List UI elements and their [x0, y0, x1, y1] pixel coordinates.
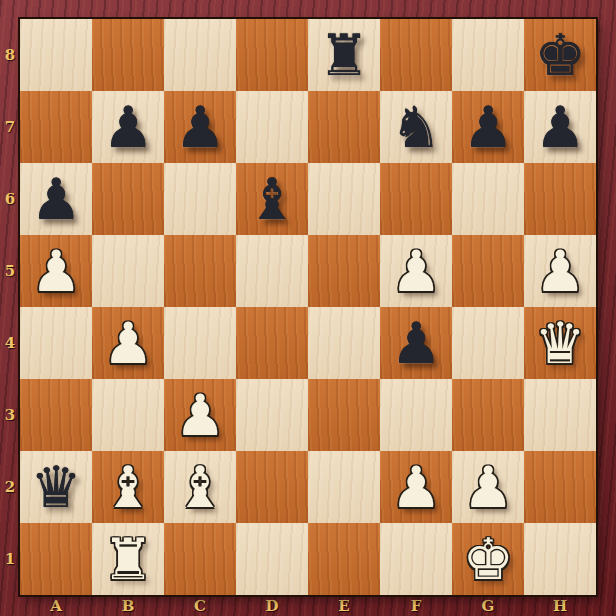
square-b2[interactable]: ♝ — [92, 451, 164, 523]
square-c3[interactable]: ♟ — [164, 379, 236, 451]
square-d7[interactable] — [236, 91, 308, 163]
square-c8[interactable] — [164, 19, 236, 91]
rank-label-3: 3 — [0, 379, 20, 451]
square-a2[interactable]: ♛ — [20, 451, 92, 523]
square-h4[interactable]: ♛ — [524, 307, 596, 379]
square-d5[interactable] — [236, 235, 308, 307]
square-e2[interactable] — [308, 451, 380, 523]
square-b1[interactable]: ♜ — [92, 523, 164, 595]
square-f7[interactable]: ♞ — [380, 91, 452, 163]
square-h8[interactable]: ♚ — [524, 19, 596, 91]
square-a7[interactable] — [20, 91, 92, 163]
square-h7[interactable]: ♟ — [524, 91, 596, 163]
white-pawn-b4[interactable]: ♟ — [102, 307, 153, 379]
file-label-f: F — [380, 595, 452, 616]
square-e4[interactable] — [308, 307, 380, 379]
square-b3[interactable] — [92, 379, 164, 451]
square-d4[interactable] — [236, 307, 308, 379]
rank-label-4: 4 — [0, 307, 20, 379]
square-g5[interactable] — [452, 235, 524, 307]
file-label-d: D — [236, 595, 308, 616]
square-f3[interactable] — [380, 379, 452, 451]
square-f5[interactable]: ♟ — [380, 235, 452, 307]
black-pawn-c7[interactable]: ♟ — [174, 91, 225, 163]
square-g1[interactable]: ♚ — [452, 523, 524, 595]
white-pawn-a5[interactable]: ♟ — [30, 235, 81, 307]
square-b8[interactable] — [92, 19, 164, 91]
white-queen-h4[interactable]: ♛ — [534, 307, 585, 379]
square-b5[interactable] — [92, 235, 164, 307]
square-a3[interactable] — [20, 379, 92, 451]
square-f4[interactable]: ♟ — [380, 307, 452, 379]
white-pawn-g2[interactable]: ♟ — [462, 451, 513, 523]
square-a4[interactable] — [20, 307, 92, 379]
square-e7[interactable] — [308, 91, 380, 163]
white-bishop-c2[interactable]: ♝ — [174, 451, 225, 523]
white-rook-b1[interactable]: ♜ — [102, 523, 153, 595]
rank-label-5: 5 — [0, 235, 20, 307]
square-f6[interactable] — [380, 163, 452, 235]
black-pawn-a6[interactable]: ♟ — [30, 163, 81, 235]
square-d3[interactable] — [236, 379, 308, 451]
square-c1[interactable] — [164, 523, 236, 595]
square-d2[interactable] — [236, 451, 308, 523]
square-g3[interactable] — [452, 379, 524, 451]
black-knight-f7[interactable]: ♞ — [390, 91, 441, 163]
file-label-h: H — [524, 595, 596, 616]
square-e5[interactable] — [308, 235, 380, 307]
square-g7[interactable]: ♟ — [452, 91, 524, 163]
square-f1[interactable] — [380, 523, 452, 595]
square-h1[interactable] — [524, 523, 596, 595]
black-pawn-h7[interactable]: ♟ — [534, 91, 585, 163]
square-d1[interactable] — [236, 523, 308, 595]
white-bishop-b2[interactable]: ♝ — [102, 451, 153, 523]
rank-labels: 87654321 — [0, 19, 20, 595]
square-a6[interactable]: ♟ — [20, 163, 92, 235]
rank-label-1: 1 — [0, 523, 20, 595]
white-pawn-f2[interactable]: ♟ — [390, 451, 441, 523]
square-b4[interactable]: ♟ — [92, 307, 164, 379]
square-d6[interactable]: ♝ — [236, 163, 308, 235]
square-g6[interactable] — [452, 163, 524, 235]
file-label-b: B — [92, 595, 164, 616]
square-h5[interactable]: ♟ — [524, 235, 596, 307]
black-pawn-b7[interactable]: ♟ — [102, 91, 153, 163]
file-label-c: C — [164, 595, 236, 616]
square-e1[interactable] — [308, 523, 380, 595]
square-h2[interactable] — [524, 451, 596, 523]
file-label-g: G — [452, 595, 524, 616]
square-c7[interactable]: ♟ — [164, 91, 236, 163]
square-e8[interactable]: ♜ — [308, 19, 380, 91]
square-e6[interactable] — [308, 163, 380, 235]
square-b7[interactable]: ♟ — [92, 91, 164, 163]
square-c2[interactable]: ♝ — [164, 451, 236, 523]
square-b6[interactable] — [92, 163, 164, 235]
square-a8[interactable] — [20, 19, 92, 91]
white-pawn-h5[interactable]: ♟ — [534, 235, 585, 307]
square-a5[interactable]: ♟ — [20, 235, 92, 307]
square-d8[interactable] — [236, 19, 308, 91]
black-pawn-g7[interactable]: ♟ — [462, 91, 513, 163]
chess-board: ♜♚♟♟♞♟♟♟♝♟♟♟♟♟♛♟♛♝♝♟♟♜♚ — [20, 19, 596, 595]
rank-label-2: 2 — [0, 451, 20, 523]
white-pawn-c3[interactable]: ♟ — [174, 379, 225, 451]
square-g4[interactable] — [452, 307, 524, 379]
square-f2[interactable]: ♟ — [380, 451, 452, 523]
square-f8[interactable] — [380, 19, 452, 91]
board-frame: 87654321 ABCDEFGH ♜♚♟♟♞♟♟♟♝♟♟♟♟♟♛♟♛♝♝♟♟♜… — [0, 0, 616, 616]
square-h3[interactable] — [524, 379, 596, 451]
square-c5[interactable] — [164, 235, 236, 307]
file-label-a: A — [20, 595, 92, 616]
square-g8[interactable] — [452, 19, 524, 91]
square-a1[interactable] — [20, 523, 92, 595]
white-king-g1[interactable]: ♚ — [462, 523, 513, 595]
black-queen-a2[interactable]: ♛ — [30, 451, 81, 523]
square-c4[interactable] — [164, 307, 236, 379]
black-king-h8[interactable]: ♚ — [534, 19, 585, 91]
black-rook-e8[interactable]: ♜ — [318, 19, 369, 91]
file-labels: ABCDEFGH — [20, 595, 596, 616]
rank-label-8: 8 — [0, 19, 20, 91]
black-pawn-f4[interactable]: ♟ — [390, 307, 441, 379]
file-label-e: E — [308, 595, 380, 616]
square-c6[interactable] — [164, 163, 236, 235]
rank-label-6: 6 — [0, 163, 20, 235]
square-g2[interactable]: ♟ — [452, 451, 524, 523]
black-bishop-d6[interactable]: ♝ — [246, 163, 297, 235]
square-e3[interactable] — [308, 379, 380, 451]
white-pawn-f5[interactable]: ♟ — [390, 235, 441, 307]
square-h6[interactable] — [524, 163, 596, 235]
rank-label-7: 7 — [0, 91, 20, 163]
